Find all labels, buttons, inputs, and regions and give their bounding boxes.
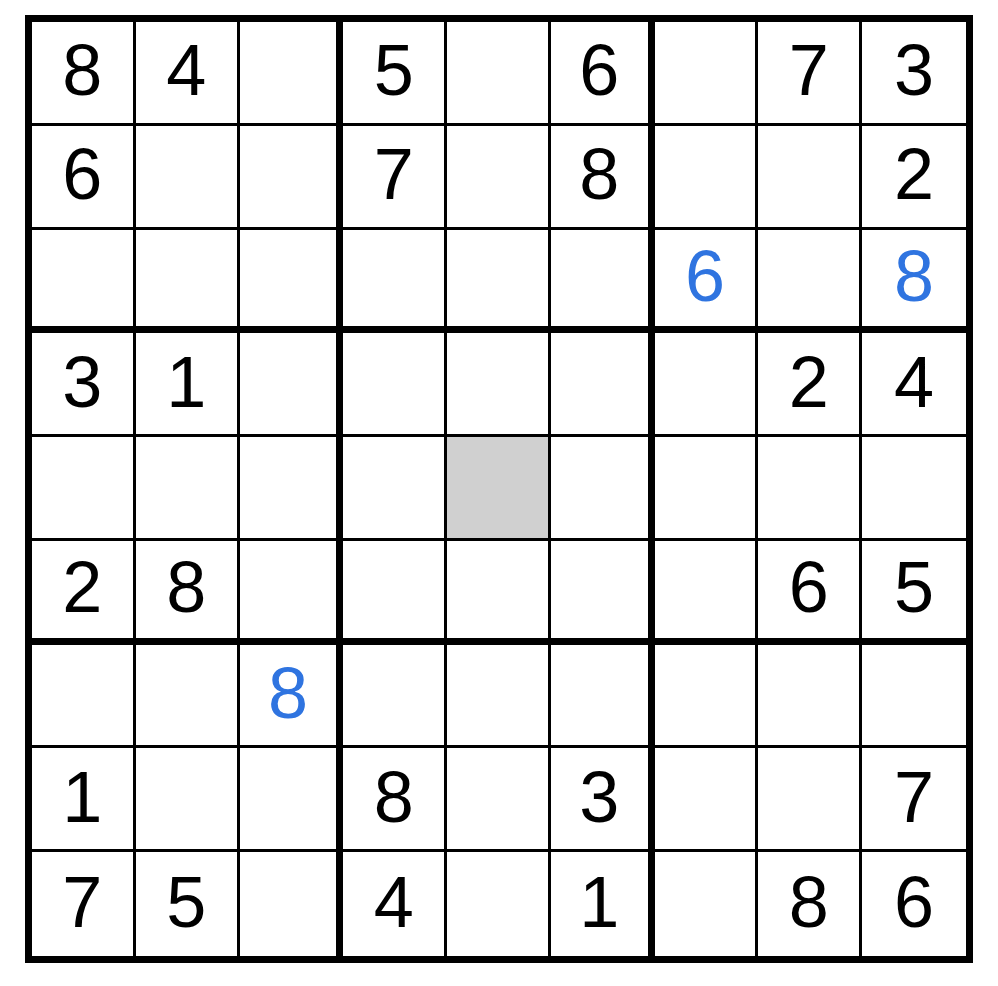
cell-r6c9[interactable]: 5 (862, 541, 966, 645)
cell-r9c6[interactable]: 1 (551, 852, 655, 956)
cell-r8c3[interactable] (240, 748, 344, 852)
sudoku-board: 8456736782683124286581837754186 (25, 15, 973, 963)
cell-r9c5[interactable] (447, 852, 551, 956)
given-digit: 8 (374, 761, 414, 833)
cell-r3c9[interactable]: 8 (862, 230, 966, 334)
cell-r9c8[interactable]: 8 (758, 852, 862, 956)
given-digit: 1 (166, 346, 206, 418)
cell-r2c7[interactable] (655, 126, 759, 230)
cell-r2c8[interactable] (758, 126, 862, 230)
given-digit: 3 (579, 761, 619, 833)
cell-r4c2[interactable]: 1 (136, 333, 240, 437)
cell-r4c4[interactable] (343, 333, 447, 437)
cell-r7c5[interactable] (447, 645, 551, 749)
cell-r5c5-highlighted[interactable] (447, 437, 551, 541)
cell-r9c2[interactable]: 5 (136, 852, 240, 956)
cell-r7c8[interactable] (758, 645, 862, 749)
cell-r6c1[interactable]: 2 (32, 541, 136, 645)
cell-r5c8[interactable] (758, 437, 862, 541)
cell-r5c6[interactable] (551, 437, 655, 541)
given-digit: 1 (579, 866, 619, 938)
cell-r4c1[interactable]: 3 (32, 333, 136, 437)
cell-r2c6[interactable]: 8 (551, 126, 655, 230)
entered-digit: 6 (685, 240, 725, 312)
given-digit: 6 (579, 34, 619, 106)
cell-r3c4[interactable] (343, 230, 447, 334)
cell-r3c1[interactable] (32, 230, 136, 334)
cell-r3c7[interactable]: 6 (655, 230, 759, 334)
cell-r4c3[interactable] (240, 333, 344, 437)
given-digit: 6 (62, 138, 102, 210)
cell-r7c2[interactable] (136, 645, 240, 749)
given-digit: 5 (894, 551, 934, 623)
given-digit: 6 (789, 551, 829, 623)
cell-r8c8[interactable] (758, 748, 862, 852)
cell-r3c8[interactable] (758, 230, 862, 334)
cell-r1c2[interactable]: 4 (136, 22, 240, 126)
cell-r1c1[interactable]: 8 (32, 22, 136, 126)
given-digit: 3 (62, 346, 102, 418)
cell-r3c3[interactable] (240, 230, 344, 334)
given-digit: 4 (894, 346, 934, 418)
cell-r2c5[interactable] (447, 126, 551, 230)
cell-r7c1[interactable] (32, 645, 136, 749)
cell-r1c8[interactable]: 7 (758, 22, 862, 126)
cell-r2c4[interactable]: 7 (343, 126, 447, 230)
given-digit: 7 (789, 34, 829, 106)
cell-r2c9[interactable]: 2 (862, 126, 966, 230)
cell-r8c7[interactable] (655, 748, 759, 852)
cell-r3c2[interactable] (136, 230, 240, 334)
given-digit: 3 (894, 34, 934, 106)
given-digit: 8 (579, 138, 619, 210)
cell-r6c2[interactable]: 8 (136, 541, 240, 645)
cell-r4c8[interactable]: 2 (758, 333, 862, 437)
cell-r8c1[interactable]: 1 (32, 748, 136, 852)
given-digit: 6 (894, 866, 934, 938)
cell-r2c1[interactable]: 6 (32, 126, 136, 230)
cell-r3c5[interactable] (447, 230, 551, 334)
given-digit: 8 (62, 34, 102, 106)
cell-r8c4[interactable]: 8 (343, 748, 447, 852)
cell-r9c3[interactable] (240, 852, 344, 956)
cell-r8c5[interactable] (447, 748, 551, 852)
given-digit: 8 (166, 551, 206, 623)
cell-r9c7[interactable] (655, 852, 759, 956)
cell-r5c3[interactable] (240, 437, 344, 541)
given-digit: 2 (62, 551, 102, 623)
given-digit: 5 (374, 34, 414, 106)
cell-r5c2[interactable] (136, 437, 240, 541)
cell-r1c9[interactable]: 3 (862, 22, 966, 126)
entered-digit: 8 (268, 657, 308, 729)
cell-r6c3[interactable] (240, 541, 344, 645)
cell-r9c1[interactable]: 7 (32, 852, 136, 956)
cell-r5c9[interactable] (862, 437, 966, 541)
cell-r4c5[interactable] (447, 333, 551, 437)
given-digit: 8 (789, 866, 829, 938)
cell-r1c5[interactable] (447, 22, 551, 126)
cell-r7c9[interactable] (862, 645, 966, 749)
cell-r9c4[interactable]: 4 (343, 852, 447, 956)
given-digit: 7 (374, 138, 414, 210)
cell-r4c7[interactable] (655, 333, 759, 437)
cell-r5c1[interactable] (32, 437, 136, 541)
cell-r2c3[interactable] (240, 126, 344, 230)
given-digit: 2 (894, 138, 934, 210)
cell-r5c7[interactable] (655, 437, 759, 541)
cell-r5c4[interactable] (343, 437, 447, 541)
cell-r7c6[interactable] (551, 645, 655, 749)
cell-r1c4[interactable]: 5 (343, 22, 447, 126)
given-digit: 4 (374, 866, 414, 938)
cell-r7c7[interactable] (655, 645, 759, 749)
cell-r6c7[interactable] (655, 541, 759, 645)
cell-r6c5[interactable] (447, 541, 551, 645)
given-digit: 4 (166, 34, 206, 106)
cell-r7c3[interactable]: 8 (240, 645, 344, 749)
cell-r8c9[interactable]: 7 (862, 748, 966, 852)
given-digit: 2 (789, 346, 829, 418)
entered-digit: 8 (894, 240, 934, 312)
cell-r6c4[interactable] (343, 541, 447, 645)
cell-r1c6[interactable]: 6 (551, 22, 655, 126)
given-digit: 7 (894, 761, 934, 833)
page: 8456736782683124286581837754186 (0, 0, 998, 986)
cell-r4c6[interactable] (551, 333, 655, 437)
given-digit: 7 (62, 866, 102, 938)
cell-r6c8[interactable]: 6 (758, 541, 862, 645)
cell-r4c9[interactable]: 4 (862, 333, 966, 437)
cell-r3c6[interactable] (551, 230, 655, 334)
cell-r1c3[interactable] (240, 22, 344, 126)
cell-r9c9[interactable]: 6 (862, 852, 966, 956)
cell-r6c6[interactable] (551, 541, 655, 645)
cell-r2c2[interactable] (136, 126, 240, 230)
cell-r8c6[interactable]: 3 (551, 748, 655, 852)
cell-r7c4[interactable] (343, 645, 447, 749)
cell-r1c7[interactable] (655, 22, 759, 126)
given-digit: 5 (166, 866, 206, 938)
given-digit: 1 (62, 761, 102, 833)
cell-r8c2[interactable] (136, 748, 240, 852)
